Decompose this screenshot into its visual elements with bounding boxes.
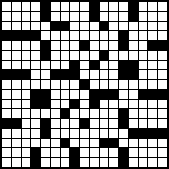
cell-r3c8[interactable] bbox=[80, 31, 89, 40]
cell-r11c14[interactable] bbox=[139, 109, 148, 118]
cell-r9c0[interactable] bbox=[2, 90, 11, 99]
cell-r16c4[interactable] bbox=[41, 158, 50, 167]
cell-r2c14[interactable] bbox=[139, 22, 148, 31]
cell-r4c6[interactable] bbox=[61, 41, 70, 50]
cell-r13c2[interactable] bbox=[22, 129, 31, 138]
cell-r11c15[interactable] bbox=[148, 109, 157, 118]
cell-r6c0[interactable] bbox=[2, 61, 11, 70]
cell-r0c10[interactable] bbox=[100, 2, 109, 11]
cell-r9c6[interactable] bbox=[61, 90, 70, 99]
cell-r12c14[interactable] bbox=[139, 119, 148, 128]
cell-r5c7[interactable] bbox=[70, 51, 79, 60]
cell-r15c13[interactable] bbox=[129, 148, 138, 157]
cell-r12c6[interactable] bbox=[61, 119, 70, 128]
cell-r1c14[interactable] bbox=[139, 12, 148, 21]
cell-r2c7[interactable] bbox=[70, 22, 79, 31]
cell-r9c1[interactable] bbox=[12, 90, 21, 99]
cell-r10c10[interactable] bbox=[100, 100, 109, 109]
block-cell-r9c16 bbox=[158, 90, 167, 99]
cell-r3c16[interactable] bbox=[158, 31, 167, 40]
cell-r6c2[interactable] bbox=[22, 61, 31, 70]
cell-r4c13[interactable] bbox=[129, 41, 138, 50]
cell-r4c10[interactable] bbox=[100, 41, 109, 50]
block-cell-r12c0 bbox=[2, 119, 11, 128]
cell-r14c15[interactable] bbox=[148, 139, 157, 148]
cell-r16c2[interactable] bbox=[22, 158, 31, 167]
cell-r8c15[interactable] bbox=[148, 80, 157, 89]
cell-r6c5[interactable] bbox=[51, 61, 60, 70]
block-cell-r13c4 bbox=[41, 129, 50, 138]
block-cell-r3c12 bbox=[119, 31, 128, 40]
cell-r8c12[interactable] bbox=[119, 80, 128, 89]
cell-r14c3[interactable] bbox=[31, 139, 40, 148]
cell-r11c1[interactable] bbox=[12, 109, 21, 118]
cell-r10c15[interactable] bbox=[148, 100, 157, 109]
cell-r7c16[interactable] bbox=[158, 70, 167, 79]
block-cell-r15c7 bbox=[70, 148, 79, 157]
cell-r14c0[interactable] bbox=[2, 139, 11, 148]
cell-r11c8[interactable] bbox=[80, 109, 89, 118]
cell-r3c15[interactable] bbox=[148, 31, 157, 40]
cell-r1c6[interactable] bbox=[61, 12, 70, 21]
cell-r12c10[interactable] bbox=[100, 119, 109, 128]
cell-r7c4[interactable] bbox=[41, 70, 50, 79]
cell-r14c5[interactable] bbox=[51, 139, 60, 148]
cell-r3c14[interactable] bbox=[139, 31, 148, 40]
cell-r16c13[interactable] bbox=[129, 158, 138, 167]
cell-r15c14[interactable] bbox=[139, 148, 148, 157]
cell-r5c3[interactable] bbox=[31, 51, 40, 60]
block-cell-r13c14 bbox=[139, 129, 148, 138]
cell-r6c3[interactable] bbox=[31, 61, 40, 70]
cell-r8c10[interactable] bbox=[100, 80, 109, 89]
cell-r10c6[interactable] bbox=[61, 100, 70, 109]
cell-r4c11[interactable] bbox=[109, 41, 118, 50]
cell-r9c12[interactable] bbox=[119, 90, 128, 99]
cell-r10c14[interactable] bbox=[139, 100, 148, 109]
cell-r4c2[interactable] bbox=[22, 41, 31, 50]
cell-r7c9[interactable] bbox=[90, 70, 99, 79]
cell-r12c15[interactable] bbox=[148, 119, 157, 128]
cell-r8c9[interactable] bbox=[90, 80, 99, 89]
block-cell-r16c3 bbox=[31, 158, 40, 167]
cell-r15c6[interactable] bbox=[61, 148, 70, 157]
cell-r5c14[interactable] bbox=[139, 51, 148, 60]
cell-r4c3[interactable] bbox=[31, 41, 40, 50]
cell-r6c1[interactable] bbox=[12, 61, 21, 70]
cell-r9c7[interactable] bbox=[70, 90, 79, 99]
cell-r1c7[interactable] bbox=[70, 12, 79, 21]
cell-r8c13[interactable] bbox=[129, 80, 138, 89]
cell-r0c0[interactable] bbox=[2, 2, 11, 11]
cell-r7c11[interactable] bbox=[109, 70, 118, 79]
cell-r10c0[interactable] bbox=[2, 100, 11, 109]
crossword-grid bbox=[0, 0, 169, 169]
cell-r11c7[interactable] bbox=[70, 109, 79, 118]
cell-r16c5[interactable] bbox=[51, 158, 60, 167]
cell-r14c16[interactable] bbox=[158, 139, 167, 148]
cell-r10c5[interactable] bbox=[51, 100, 60, 109]
cell-r5c0[interactable] bbox=[2, 51, 11, 60]
cell-r8c11[interactable] bbox=[109, 80, 118, 89]
block-cell-r7c1 bbox=[12, 70, 21, 79]
cell-r11c0[interactable] bbox=[2, 109, 11, 118]
cell-r4c0[interactable] bbox=[2, 41, 11, 50]
block-cell-r15c3 bbox=[31, 148, 40, 157]
cell-r0c16[interactable] bbox=[158, 2, 167, 11]
cell-r6c16[interactable] bbox=[158, 61, 167, 70]
cell-r0c8[interactable] bbox=[80, 2, 89, 11]
cell-r0c7[interactable] bbox=[70, 2, 79, 11]
cell-r2c11[interactable] bbox=[109, 22, 118, 31]
cell-r2c15[interactable] bbox=[148, 22, 157, 31]
cell-r11c11[interactable] bbox=[109, 109, 118, 118]
cell-r14c2[interactable] bbox=[22, 139, 31, 148]
cell-r15c11[interactable] bbox=[109, 148, 118, 157]
cell-r4c14[interactable] bbox=[139, 41, 148, 50]
cell-r6c15[interactable] bbox=[148, 61, 157, 70]
cell-r15c9[interactable] bbox=[90, 148, 99, 157]
block-cell-r7c7 bbox=[70, 70, 79, 79]
cell-r16c11[interactable] bbox=[109, 158, 118, 167]
cell-r6c10[interactable] bbox=[100, 61, 109, 70]
cell-r1c1[interactable] bbox=[12, 12, 21, 21]
cell-r0c11[interactable] bbox=[109, 2, 118, 11]
cell-r15c2[interactable] bbox=[22, 148, 31, 157]
block-cell-r12c8 bbox=[80, 119, 89, 128]
cell-r14c7[interactable] bbox=[70, 139, 79, 148]
cell-r6c14[interactable] bbox=[139, 61, 148, 70]
block-cell-r14c6 bbox=[61, 139, 70, 148]
cell-r14c12[interactable] bbox=[119, 139, 128, 148]
cell-r3c7[interactable] bbox=[70, 31, 79, 40]
cell-r1c11[interactable] bbox=[109, 12, 118, 21]
cell-r6c4[interactable] bbox=[41, 61, 50, 70]
cell-r9c13[interactable] bbox=[129, 90, 138, 99]
block-cell-r1c13 bbox=[129, 12, 138, 21]
block-cell-r12c12 bbox=[119, 119, 128, 128]
block-cell-r6c12 bbox=[119, 61, 128, 70]
cell-r10c2[interactable] bbox=[22, 100, 31, 109]
cell-r2c1[interactable] bbox=[12, 22, 21, 31]
cell-r2c12[interactable] bbox=[119, 22, 128, 31]
cell-r13c7[interactable] bbox=[70, 129, 79, 138]
block-cell-r11c6 bbox=[61, 109, 70, 118]
block-cell-r4c8 bbox=[80, 41, 89, 50]
cell-r5c1[interactable] bbox=[12, 51, 21, 60]
cell-r15c8[interactable] bbox=[80, 148, 89, 157]
cell-r1c8[interactable] bbox=[80, 12, 89, 21]
cell-r14c14[interactable] bbox=[139, 139, 148, 148]
cell-r14c9[interactable] bbox=[90, 139, 99, 148]
cell-r1c12[interactable] bbox=[119, 12, 128, 21]
cell-r0c5[interactable] bbox=[51, 2, 60, 11]
cell-r2c9[interactable] bbox=[90, 22, 99, 31]
cell-r10c12[interactable] bbox=[119, 100, 128, 109]
cell-r4c7[interactable] bbox=[70, 41, 79, 50]
block-cell-r3c3 bbox=[31, 31, 40, 40]
cell-r9c2[interactable] bbox=[22, 90, 31, 99]
cell-r2c0[interactable] bbox=[2, 22, 11, 31]
cell-r10c13[interactable] bbox=[129, 100, 138, 109]
cell-r3c5[interactable] bbox=[51, 31, 60, 40]
cell-r10c8[interactable] bbox=[80, 100, 89, 109]
block-cell-r1c9 bbox=[90, 12, 99, 21]
cell-r16c14[interactable] bbox=[139, 158, 148, 167]
cell-r15c10[interactable] bbox=[100, 148, 109, 157]
cell-r2c2[interactable] bbox=[22, 22, 31, 31]
cell-r10c1[interactable] bbox=[12, 100, 21, 109]
cell-r5c6[interactable] bbox=[61, 51, 70, 60]
cell-r0c15[interactable] bbox=[148, 2, 157, 11]
block-cell-r7c6 bbox=[61, 70, 70, 79]
cell-r8c16[interactable] bbox=[158, 80, 167, 89]
block-cell-r0c13 bbox=[129, 2, 138, 11]
block-cell-r0c9 bbox=[90, 2, 99, 11]
cell-r8c5[interactable] bbox=[51, 80, 60, 89]
cell-r13c9[interactable] bbox=[90, 129, 99, 138]
block-cell-r4c4 bbox=[41, 41, 50, 50]
cell-r10c16[interactable] bbox=[158, 100, 167, 109]
cell-r0c3[interactable] bbox=[31, 2, 40, 11]
cell-r12c3[interactable] bbox=[31, 119, 40, 128]
cell-r0c12[interactable] bbox=[119, 2, 128, 11]
block-cell-r12c4 bbox=[41, 119, 50, 128]
cell-r5c13[interactable] bbox=[129, 51, 138, 60]
block-cell-r9c4 bbox=[41, 90, 50, 99]
cell-r3c9[interactable] bbox=[90, 31, 99, 40]
cell-r8c0[interactable] bbox=[2, 80, 11, 89]
block-cell-r3c0 bbox=[2, 31, 11, 40]
block-cell-r2c10 bbox=[100, 22, 109, 31]
block-cell-r5c4 bbox=[41, 51, 50, 60]
block-cell-r0c4 bbox=[41, 2, 50, 11]
cell-r0c1[interactable] bbox=[12, 2, 21, 11]
cell-r7c8[interactable] bbox=[80, 70, 89, 79]
cell-r12c9[interactable] bbox=[90, 119, 99, 128]
block-cell-r14c10 bbox=[100, 139, 109, 148]
block-cell-r10c7 bbox=[70, 100, 79, 109]
cell-r10c11[interactable] bbox=[109, 100, 118, 109]
cell-r14c8[interactable] bbox=[80, 139, 89, 148]
cell-r16c15[interactable] bbox=[148, 158, 157, 167]
block-cell-r4c16 bbox=[158, 41, 167, 50]
cell-r8c2[interactable] bbox=[22, 80, 31, 89]
cell-r13c6[interactable] bbox=[61, 129, 70, 138]
cell-r8c1[interactable] bbox=[12, 80, 21, 89]
block-cell-r7c5 bbox=[51, 70, 60, 79]
cell-r7c10[interactable] bbox=[100, 70, 109, 79]
cell-r1c0[interactable] bbox=[2, 12, 11, 21]
cell-r14c13[interactable] bbox=[129, 139, 138, 148]
cell-r0c6[interactable] bbox=[61, 2, 70, 11]
cell-r8c6[interactable] bbox=[61, 80, 70, 89]
block-cell-r4c12 bbox=[119, 41, 128, 50]
cell-r14c1[interactable] bbox=[12, 139, 21, 148]
cell-r2c8[interactable] bbox=[80, 22, 89, 31]
cell-r16c10[interactable] bbox=[100, 158, 109, 167]
cell-r7c14[interactable] bbox=[139, 70, 148, 79]
cell-r3c13[interactable] bbox=[129, 31, 138, 40]
cell-r3c11[interactable] bbox=[109, 31, 118, 40]
cell-r5c12[interactable] bbox=[119, 51, 128, 60]
cell-r12c13[interactable] bbox=[129, 119, 138, 128]
cell-r8c7[interactable] bbox=[70, 80, 79, 89]
cell-r5c5[interactable] bbox=[51, 51, 60, 60]
cell-r15c1[interactable] bbox=[12, 148, 21, 157]
block-cell-r13c15 bbox=[148, 129, 157, 138]
block-cell-r9c9 bbox=[90, 90, 99, 99]
cell-r11c3[interactable] bbox=[31, 109, 40, 118]
block-cell-r10c3 bbox=[31, 100, 40, 109]
block-cell-r6c9 bbox=[90, 61, 99, 70]
block-cell-r10c4 bbox=[41, 100, 50, 109]
cell-r5c11[interactable] bbox=[109, 51, 118, 60]
cell-r15c5[interactable] bbox=[51, 148, 60, 157]
cell-r7c3[interactable] bbox=[31, 70, 40, 79]
cell-r11c16[interactable] bbox=[158, 109, 167, 118]
block-cell-r9c3 bbox=[31, 90, 40, 99]
cell-r16c9[interactable] bbox=[90, 158, 99, 167]
cell-r1c15[interactable] bbox=[148, 12, 157, 21]
cell-r12c16[interactable] bbox=[158, 119, 167, 128]
cell-r11c13[interactable] bbox=[129, 109, 138, 118]
cell-r0c2[interactable] bbox=[22, 2, 31, 11]
cell-r1c3[interactable] bbox=[31, 12, 40, 21]
block-cell-r1c4 bbox=[41, 12, 50, 21]
cell-r2c13[interactable] bbox=[129, 22, 138, 31]
cell-r1c16[interactable] bbox=[158, 12, 167, 21]
cell-r16c6[interactable] bbox=[61, 158, 70, 167]
block-cell-r7c0 bbox=[2, 70, 11, 79]
cell-r2c3[interactable] bbox=[31, 22, 40, 31]
cell-r12c11[interactable] bbox=[109, 119, 118, 128]
block-cell-r10c9 bbox=[90, 100, 99, 109]
cell-r13c5[interactable] bbox=[51, 129, 60, 138]
block-cell-r3c2 bbox=[22, 31, 31, 40]
cell-r6c6[interactable] bbox=[61, 61, 70, 70]
cell-r16c8[interactable] bbox=[80, 158, 89, 167]
cell-r13c3[interactable] bbox=[31, 129, 40, 138]
cell-r11c10[interactable] bbox=[100, 109, 109, 118]
block-cell-r16c12 bbox=[119, 158, 128, 167]
cell-r8c3[interactable] bbox=[31, 80, 40, 89]
block-cell-r7c2 bbox=[22, 70, 31, 79]
cell-r15c15[interactable] bbox=[148, 148, 157, 157]
block-cell-r14c11 bbox=[109, 139, 118, 148]
cell-r13c11[interactable] bbox=[109, 129, 118, 138]
block-cell-r6c13 bbox=[129, 61, 138, 70]
cell-r4c1[interactable] bbox=[12, 41, 21, 50]
cell-r1c2[interactable] bbox=[22, 12, 31, 21]
cell-r4c9[interactable] bbox=[90, 41, 99, 50]
cell-r12c2[interactable] bbox=[22, 119, 31, 128]
cell-r12c7[interactable] bbox=[70, 119, 79, 128]
block-cell-r6c7 bbox=[70, 61, 79, 70]
cell-r5c8[interactable] bbox=[80, 51, 89, 60]
block-cell-r9c10 bbox=[100, 90, 109, 99]
block-cell-r2c5 bbox=[51, 22, 60, 31]
cell-r16c1[interactable] bbox=[12, 158, 21, 167]
block-cell-r15c12 bbox=[119, 148, 128, 157]
cell-r15c4[interactable] bbox=[41, 148, 50, 157]
cell-r1c5[interactable] bbox=[51, 12, 60, 21]
block-cell-r2c6 bbox=[61, 22, 70, 31]
cell-r7c15[interactable] bbox=[148, 70, 157, 79]
cell-r9c8[interactable] bbox=[80, 90, 89, 99]
block-cell-r9c11 bbox=[109, 90, 118, 99]
block-cell-r7c13 bbox=[129, 70, 138, 79]
cell-r16c16[interactable] bbox=[158, 158, 167, 167]
block-cell-r16c7 bbox=[70, 158, 79, 167]
cell-r15c16[interactable] bbox=[158, 148, 167, 157]
cell-r2c4[interactable] bbox=[41, 22, 50, 31]
cell-r12c5[interactable] bbox=[51, 119, 60, 128]
cell-r6c11[interactable] bbox=[109, 61, 118, 70]
block-cell-r4c15 bbox=[148, 41, 157, 50]
block-cell-r5c10 bbox=[100, 51, 109, 60]
cell-r15c0[interactable] bbox=[2, 148, 11, 157]
cell-r11c9[interactable] bbox=[90, 109, 99, 118]
cell-r13c0[interactable] bbox=[2, 129, 11, 138]
cell-r3c10[interactable] bbox=[100, 31, 109, 40]
cell-r13c8[interactable] bbox=[80, 129, 89, 138]
cell-r11c5[interactable] bbox=[51, 109, 60, 118]
block-cell-r12c1 bbox=[12, 119, 21, 128]
cell-r13c12[interactable] bbox=[119, 129, 128, 138]
cell-r0c14[interactable] bbox=[139, 2, 148, 11]
block-cell-r11c12 bbox=[119, 109, 128, 118]
cell-r8c14[interactable] bbox=[139, 80, 148, 89]
cell-r4c5[interactable] bbox=[51, 41, 60, 50]
crossword-puzzle bbox=[0, 0, 169, 169]
block-cell-r7c12 bbox=[119, 70, 128, 79]
cell-r13c10[interactable] bbox=[100, 129, 109, 138]
cell-r3c4[interactable] bbox=[41, 31, 50, 40]
cell-r1c10[interactable] bbox=[100, 12, 109, 21]
block-cell-r3c1 bbox=[12, 31, 21, 40]
cell-r5c2[interactable] bbox=[22, 51, 31, 60]
cell-r5c15[interactable] bbox=[148, 51, 157, 60]
cell-r2c16[interactable] bbox=[158, 22, 167, 31]
block-cell-r13c16 bbox=[158, 129, 167, 138]
cell-r3c6[interactable] bbox=[61, 31, 70, 40]
cell-r11c2[interactable] bbox=[22, 109, 31, 118]
cell-r9c5[interactable] bbox=[51, 90, 60, 99]
block-cell-r13c13 bbox=[129, 129, 138, 138]
block-cell-r8c8 bbox=[80, 80, 89, 89]
cell-r5c16[interactable] bbox=[158, 51, 167, 60]
cell-r5c9[interactable] bbox=[90, 51, 99, 60]
cell-r11c4[interactable] bbox=[41, 109, 50, 118]
block-cell-r9c14 bbox=[139, 90, 148, 99]
cell-r8c4[interactable] bbox=[41, 80, 50, 89]
cell-r14c4[interactable] bbox=[41, 139, 50, 148]
cell-r6c8[interactable] bbox=[80, 61, 89, 70]
block-cell-r9c15 bbox=[148, 90, 157, 99]
cell-r16c0[interactable] bbox=[2, 158, 11, 167]
cell-r13c1[interactable] bbox=[12, 129, 21, 138]
